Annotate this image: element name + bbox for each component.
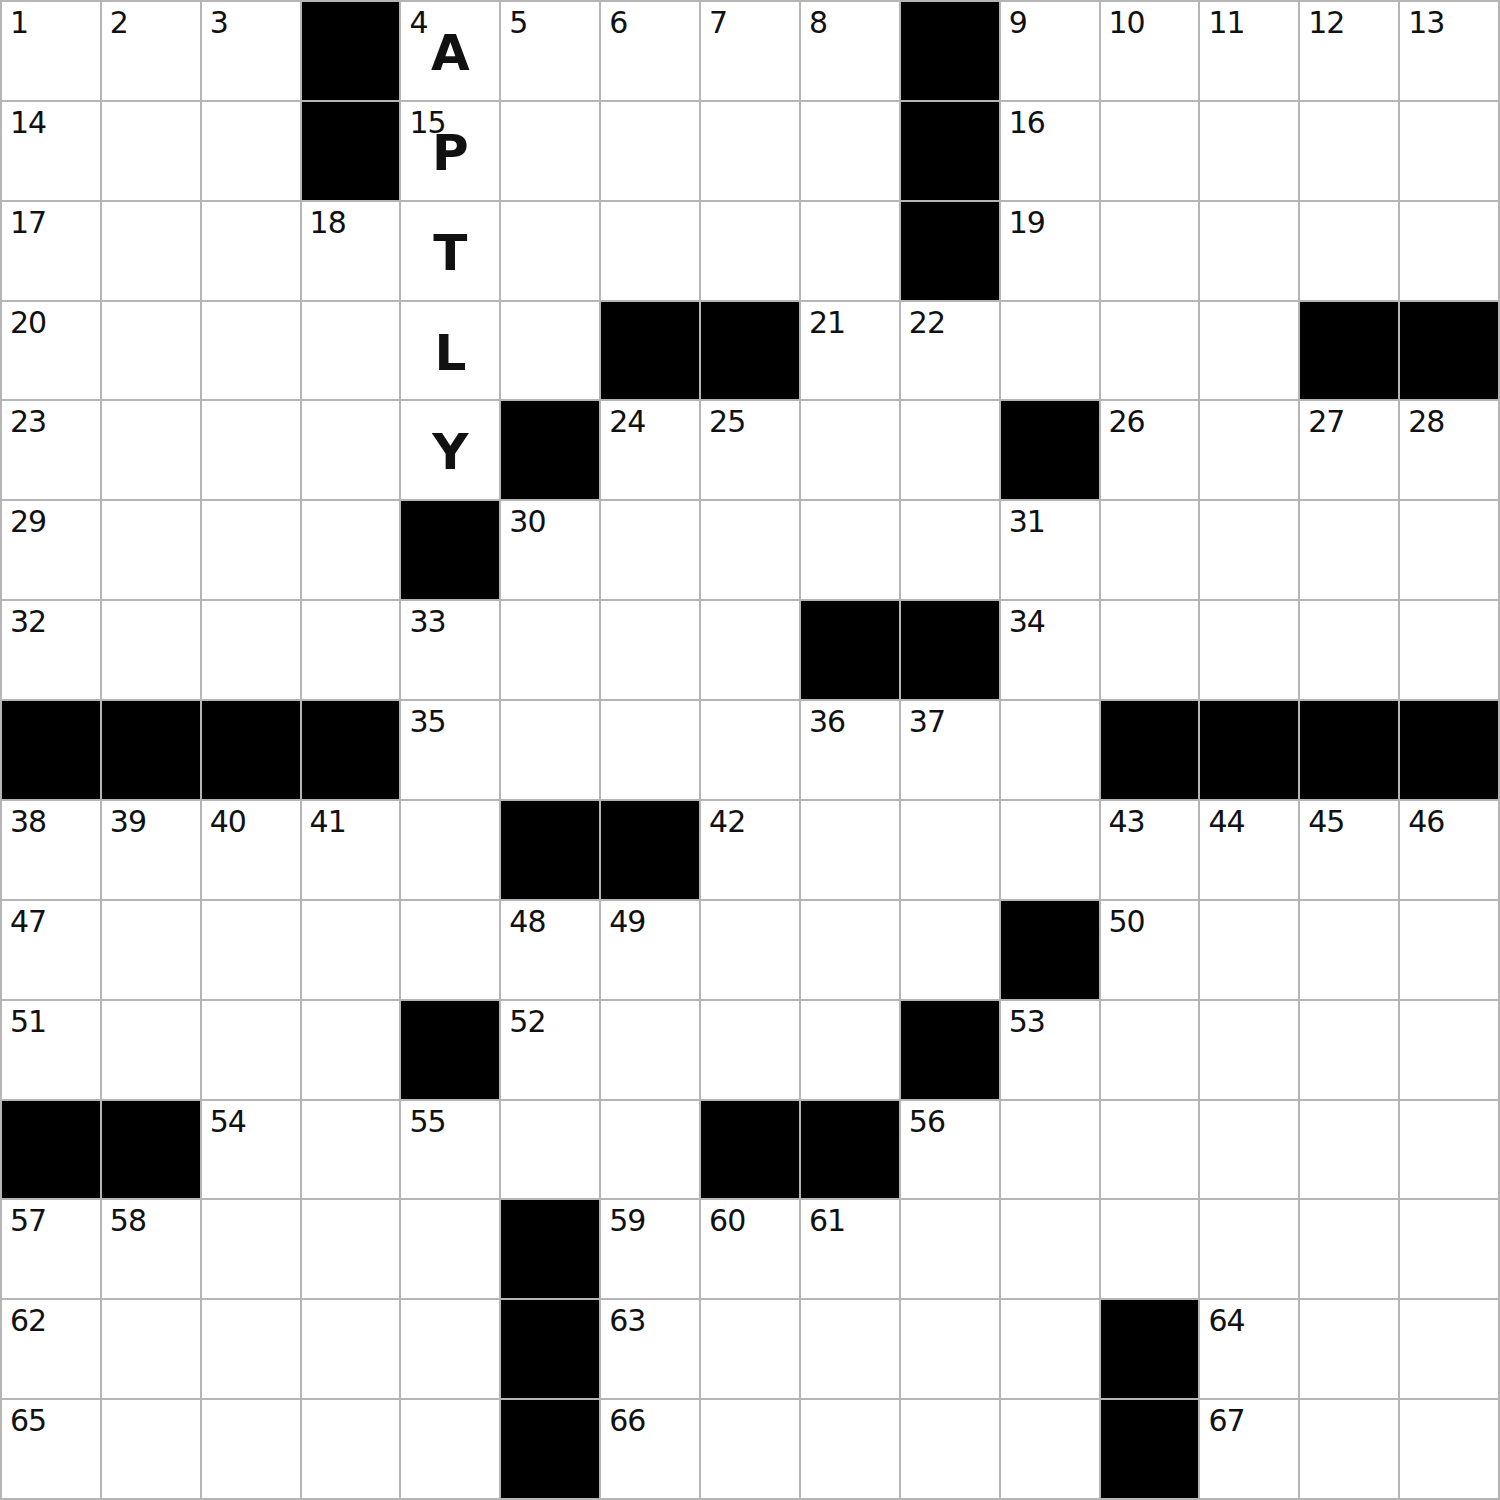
clue-number: 55 xyxy=(409,1107,445,1137)
cell-letter: L xyxy=(401,302,499,400)
crossword-grid: 1234A56789101112131415P161718T1920L21222… xyxy=(0,0,1500,1500)
clue-number: 31 xyxy=(1009,507,1045,537)
cell-r2c12[interactable] xyxy=(1101,102,1201,202)
cell-r11c7[interactable] xyxy=(601,1001,701,1101)
clue-number: 23 xyxy=(10,407,46,437)
cell-r6c2[interactable] xyxy=(102,501,202,601)
clue-number: 13 xyxy=(1408,8,1444,38)
clue-number: 51 xyxy=(10,1007,46,1037)
cell-r12c12[interactable] xyxy=(1101,1101,1201,1201)
clue-number: 6 xyxy=(609,8,627,38)
cell-r12c14[interactable] xyxy=(1300,1101,1400,1201)
clue-number: 54 xyxy=(210,1107,246,1137)
cell-r5c10[interactable] xyxy=(901,401,1001,501)
cell-r13c12[interactable] xyxy=(1101,1200,1201,1300)
cell-r13c2[interactable]: 58 xyxy=(102,1200,202,1300)
clue-number: 40 xyxy=(210,807,246,837)
black-cell-r4c14 xyxy=(1300,302,1400,402)
cell-r6c13[interactable] xyxy=(1200,501,1300,601)
cell-r7c2[interactable] xyxy=(102,601,202,701)
clue-number: 43 xyxy=(1109,807,1145,837)
cell-r13c1[interactable]: 57 xyxy=(2,1200,102,1300)
cell-r4c6[interactable] xyxy=(501,302,601,402)
clue-number: 56 xyxy=(909,1107,945,1137)
cell-r15c9[interactable] xyxy=(801,1400,901,1500)
black-cell-r7c10 xyxy=(901,601,1001,701)
clue-number: 61 xyxy=(809,1206,845,1236)
cell-r14c13[interactable]: 64 xyxy=(1200,1300,1300,1400)
cell-r15c5[interactable] xyxy=(401,1400,501,1500)
cell-r15c11[interactable] xyxy=(1001,1400,1101,1500)
black-cell-r8c15 xyxy=(1400,701,1500,801)
cell-r4c1[interactable]: 20 xyxy=(2,302,102,402)
cell-r6c1[interactable]: 29 xyxy=(2,501,102,601)
cell-r11c3[interactable] xyxy=(202,1001,302,1101)
clue-number: 64 xyxy=(1208,1306,1244,1336)
cell-r14c15[interactable] xyxy=(1400,1300,1500,1400)
clue-number: 58 xyxy=(110,1206,146,1236)
black-cell-r7c9 xyxy=(801,601,901,701)
clue-number: 36 xyxy=(809,707,845,737)
cell-r9c4[interactable]: 41 xyxy=(302,801,402,901)
clue-number: 14 xyxy=(10,108,46,138)
black-cell-r11c10 xyxy=(901,1001,1001,1101)
cell-r3c11[interactable]: 19 xyxy=(1001,202,1101,302)
cell-r5c5[interactable]: Y xyxy=(401,401,501,501)
cell-r13c15[interactable] xyxy=(1400,1200,1500,1300)
black-cell-r4c7 xyxy=(601,302,701,402)
cell-r10c5[interactable] xyxy=(401,901,501,1001)
cell-r7c11[interactable]: 34 xyxy=(1001,601,1101,701)
cell-r4c9[interactable]: 21 xyxy=(801,302,901,402)
cell-letter: A xyxy=(401,2,499,100)
cell-r1c2[interactable]: 2 xyxy=(102,2,202,102)
clue-number: 24 xyxy=(609,407,645,437)
cell-r10c3[interactable] xyxy=(202,901,302,1001)
clue-number: 5 xyxy=(509,8,527,38)
clue-number: 42 xyxy=(709,807,745,837)
cell-r2c11[interactable]: 16 xyxy=(1001,102,1101,202)
cell-letter: Y xyxy=(401,401,499,499)
cell-r11c13[interactable] xyxy=(1200,1001,1300,1101)
clue-number: 9 xyxy=(1009,8,1027,38)
clue-number: 33 xyxy=(409,607,445,637)
black-cell-r10c11 xyxy=(1001,901,1101,1001)
clue-number: 20 xyxy=(10,308,46,338)
cell-r6c3[interactable] xyxy=(202,501,302,601)
cell-r7c5[interactable]: 33 xyxy=(401,601,501,701)
black-cell-r8c2 xyxy=(102,701,202,801)
cell-r6c9[interactable] xyxy=(801,501,901,601)
cell-r4c3[interactable] xyxy=(202,302,302,402)
cell-r12c10[interactable]: 56 xyxy=(901,1101,1001,1201)
black-cell-r12c1 xyxy=(2,1101,102,1201)
cell-r3c2[interactable] xyxy=(102,202,202,302)
cell-r5c4[interactable] xyxy=(302,401,402,501)
cell-r15c1[interactable]: 65 xyxy=(2,1400,102,1500)
clue-number: 65 xyxy=(10,1406,46,1436)
clue-number: 26 xyxy=(1109,407,1145,437)
cell-r12c13[interactable] xyxy=(1200,1101,1300,1201)
cell-r4c12[interactable] xyxy=(1101,302,1201,402)
clue-number: 7 xyxy=(709,8,727,38)
cell-r11c6[interactable]: 52 xyxy=(501,1001,601,1101)
black-cell-r4c8 xyxy=(701,302,801,402)
clue-number: 67 xyxy=(1208,1406,1244,1436)
cell-letter: P xyxy=(401,102,499,200)
cell-r8c8[interactable] xyxy=(701,701,801,801)
cell-r11c12[interactable] xyxy=(1101,1001,1201,1101)
cell-r4c2[interactable] xyxy=(102,302,202,402)
cell-r14c2[interactable] xyxy=(102,1300,202,1400)
clue-number: 30 xyxy=(509,507,545,537)
cell-r3c8[interactable] xyxy=(701,202,801,302)
black-cell-r8c12 xyxy=(1101,701,1201,801)
black-cell-r2c10 xyxy=(901,102,1001,202)
cell-r7c15[interactable] xyxy=(1400,601,1500,701)
clue-number: 44 xyxy=(1208,807,1244,837)
cell-r6c4[interactable] xyxy=(302,501,402,601)
cell-r7c4[interactable] xyxy=(302,601,402,701)
cell-r11c1[interactable]: 51 xyxy=(2,1001,102,1101)
black-cell-r4c15 xyxy=(1400,302,1500,402)
cell-r15c8[interactable] xyxy=(701,1400,801,1500)
clue-number: 60 xyxy=(709,1206,745,1236)
clue-number: 62 xyxy=(10,1306,46,1336)
clue-number: 28 xyxy=(1408,407,1444,437)
cell-r5c3[interactable] xyxy=(202,401,302,501)
cell-r4c4[interactable] xyxy=(302,302,402,402)
cell-r1c11[interactable]: 9 xyxy=(1001,2,1101,102)
cell-r2c14[interactable] xyxy=(1300,102,1400,202)
clue-number: 25 xyxy=(709,407,745,437)
cell-r14c7[interactable]: 63 xyxy=(601,1300,701,1400)
clue-number: 52 xyxy=(509,1007,545,1037)
cell-r7c1[interactable]: 32 xyxy=(2,601,102,701)
cell-r1c7[interactable]: 6 xyxy=(601,2,701,102)
black-cell-r12c9 xyxy=(801,1101,901,1201)
clue-number: 49 xyxy=(609,907,645,937)
cell-r13c8[interactable]: 60 xyxy=(701,1200,801,1300)
cell-r7c7[interactable] xyxy=(601,601,701,701)
cell-r8c9[interactable]: 36 xyxy=(801,701,901,801)
cell-r11c11[interactable]: 53 xyxy=(1001,1001,1101,1101)
cell-r10c6[interactable]: 48 xyxy=(501,901,601,1001)
cell-r5c15[interactable]: 28 xyxy=(1400,401,1500,501)
clue-number: 10 xyxy=(1109,8,1145,38)
cell-r14c5[interactable] xyxy=(401,1300,501,1400)
cell-r2c13[interactable] xyxy=(1200,102,1300,202)
cell-r6c11[interactable]: 31 xyxy=(1001,501,1101,601)
clue-number: 2 xyxy=(110,8,128,38)
cell-r10c2[interactable] xyxy=(102,901,202,1001)
cell-r12c5[interactable]: 55 xyxy=(401,1101,501,1201)
cell-r9c11[interactable] xyxy=(1001,801,1101,901)
cell-r3c7[interactable] xyxy=(601,202,701,302)
cell-r3c1[interactable]: 17 xyxy=(2,202,102,302)
cell-r12c11[interactable] xyxy=(1001,1101,1101,1201)
cell-r9c9[interactable] xyxy=(801,801,901,901)
cell-r12c7[interactable] xyxy=(601,1101,701,1201)
cell-r2c9[interactable] xyxy=(801,102,901,202)
cell-r9c3[interactable]: 40 xyxy=(202,801,302,901)
black-cell-r15c6 xyxy=(501,1400,601,1500)
cell-r3c3[interactable] xyxy=(202,202,302,302)
clue-number: 16 xyxy=(1009,108,1045,138)
cell-r10c4[interactable] xyxy=(302,901,402,1001)
cell-r1c14[interactable]: 12 xyxy=(1300,2,1400,102)
black-cell-r8c14 xyxy=(1300,701,1400,801)
cell-r4c13[interactable] xyxy=(1200,302,1300,402)
cell-letter: T xyxy=(401,202,499,300)
cell-r1c8[interactable]: 7 xyxy=(701,2,801,102)
clue-number: 63 xyxy=(609,1306,645,1336)
clue-number: 37 xyxy=(909,707,945,737)
cell-r10c9[interactable] xyxy=(801,901,901,1001)
cell-r9c15[interactable]: 46 xyxy=(1400,801,1500,901)
black-cell-r11c5 xyxy=(401,1001,501,1101)
cell-r4c11[interactable] xyxy=(1001,302,1101,402)
cell-r14c14[interactable] xyxy=(1300,1300,1400,1400)
cell-r1c15[interactable]: 13 xyxy=(1400,2,1500,102)
cell-r15c15[interactable] xyxy=(1400,1400,1500,1500)
cell-r13c14[interactable] xyxy=(1300,1200,1400,1300)
cell-r13c3[interactable] xyxy=(202,1200,302,1300)
clue-number: 59 xyxy=(609,1206,645,1236)
cell-r11c15[interactable] xyxy=(1400,1001,1500,1101)
cell-r15c10[interactable] xyxy=(901,1400,1001,1500)
black-cell-r8c13 xyxy=(1200,701,1300,801)
clue-number: 50 xyxy=(1109,907,1145,937)
cell-r7c6[interactable] xyxy=(501,601,601,701)
cell-r11c2[interactable] xyxy=(102,1001,202,1101)
cell-r5c13[interactable] xyxy=(1200,401,1300,501)
cell-r13c4[interactable] xyxy=(302,1200,402,1300)
cell-r3c12[interactable] xyxy=(1101,202,1201,302)
cell-r6c6[interactable]: 30 xyxy=(501,501,601,601)
cell-r12c3[interactable]: 54 xyxy=(202,1101,302,1201)
clue-number: 32 xyxy=(10,607,46,637)
cell-r1c6[interactable]: 5 xyxy=(501,2,601,102)
black-cell-r8c4 xyxy=(302,701,402,801)
cell-r13c5[interactable] xyxy=(401,1200,501,1300)
black-cell-r2c4 xyxy=(302,102,402,202)
cell-r8c6[interactable] xyxy=(501,701,601,801)
clue-number: 11 xyxy=(1208,8,1244,38)
cell-r11c14[interactable] xyxy=(1300,1001,1400,1101)
cell-r10c10[interactable] xyxy=(901,901,1001,1001)
cell-r5c2[interactable] xyxy=(102,401,202,501)
cell-r3c15[interactable] xyxy=(1400,202,1500,302)
cell-r15c13[interactable]: 67 xyxy=(1200,1400,1300,1500)
cell-r5c1[interactable]: 23 xyxy=(2,401,102,501)
cell-r10c1[interactable]: 47 xyxy=(2,901,102,1001)
cell-r10c15[interactable] xyxy=(1400,901,1500,1001)
cell-r2c6[interactable] xyxy=(501,102,601,202)
clue-number: 47 xyxy=(10,907,46,937)
cell-r1c5[interactable]: 4A xyxy=(401,2,501,102)
cell-r8c10[interactable]: 37 xyxy=(901,701,1001,801)
cell-r6c14[interactable] xyxy=(1300,501,1400,601)
cell-r11c4[interactable] xyxy=(302,1001,402,1101)
cell-r8c7[interactable] xyxy=(601,701,701,801)
cell-r6c12[interactable] xyxy=(1101,501,1201,601)
cell-r9c13[interactable]: 44 xyxy=(1200,801,1300,901)
cell-r1c3[interactable]: 3 xyxy=(202,2,302,102)
cell-r6c15[interactable] xyxy=(1400,501,1500,601)
cell-r12c15[interactable] xyxy=(1400,1101,1500,1201)
clue-number: 45 xyxy=(1308,807,1344,837)
clue-number: 21 xyxy=(809,308,845,338)
black-cell-r1c4 xyxy=(302,2,402,102)
clue-number: 66 xyxy=(609,1406,645,1436)
cell-r8c11[interactable] xyxy=(1001,701,1101,801)
cell-r14c3[interactable] xyxy=(202,1300,302,1400)
cell-r5c14[interactable]: 27 xyxy=(1300,401,1400,501)
black-cell-r3c10 xyxy=(901,202,1001,302)
black-cell-r9c6 xyxy=(501,801,601,901)
cell-r5c9[interactable] xyxy=(801,401,901,501)
black-cell-r6c5 xyxy=(401,501,501,601)
cell-r5c7[interactable]: 24 xyxy=(601,401,701,501)
cell-r10c13[interactable] xyxy=(1200,901,1300,1001)
black-cell-r5c6 xyxy=(501,401,601,501)
black-cell-r5c11 xyxy=(1001,401,1101,501)
clue-number: 8 xyxy=(809,8,827,38)
cell-r9c5[interactable] xyxy=(401,801,501,901)
clue-number: 18 xyxy=(310,208,346,238)
cell-r14c11[interactable] xyxy=(1001,1300,1101,1400)
cell-r10c14[interactable] xyxy=(1300,901,1400,1001)
black-cell-r9c7 xyxy=(601,801,701,901)
cell-r3c6[interactable] xyxy=(501,202,601,302)
cell-r6c8[interactable] xyxy=(701,501,801,601)
cell-r5c12[interactable]: 26 xyxy=(1101,401,1201,501)
cell-r10c12[interactable]: 50 xyxy=(1101,901,1201,1001)
clue-number: 29 xyxy=(10,507,46,537)
black-cell-r13c6 xyxy=(501,1200,601,1300)
cell-r10c7[interactable]: 49 xyxy=(601,901,701,1001)
clue-number: 38 xyxy=(10,807,46,837)
cell-r13c7[interactable]: 59 xyxy=(601,1200,701,1300)
cell-r11c8[interactable] xyxy=(701,1001,801,1101)
cell-r4c5[interactable]: L xyxy=(401,302,501,402)
clue-number: 19 xyxy=(1009,208,1045,238)
cell-r3c5[interactable]: T xyxy=(401,202,501,302)
cell-r7c12[interactable] xyxy=(1101,601,1201,701)
clue-number: 12 xyxy=(1308,8,1344,38)
cell-r1c12[interactable]: 10 xyxy=(1101,2,1201,102)
black-cell-r14c12 xyxy=(1101,1300,1201,1400)
black-cell-r12c8 xyxy=(701,1101,801,1201)
cell-r15c2[interactable] xyxy=(102,1400,202,1500)
cell-r9c12[interactable]: 43 xyxy=(1101,801,1201,901)
cell-r9c8[interactable]: 42 xyxy=(701,801,801,901)
cell-r3c13[interactable] xyxy=(1200,202,1300,302)
black-cell-r8c1 xyxy=(2,701,102,801)
clue-number: 41 xyxy=(310,807,346,837)
cell-r14c10[interactable] xyxy=(901,1300,1001,1400)
cell-r9c10[interactable] xyxy=(901,801,1001,901)
cell-r3c4[interactable]: 18 xyxy=(302,202,402,302)
clue-number: 57 xyxy=(10,1206,46,1236)
clue-number: 34 xyxy=(1009,607,1045,637)
clue-number: 22 xyxy=(909,308,945,338)
cell-r2c7[interactable] xyxy=(601,102,701,202)
cell-r7c8[interactable] xyxy=(701,601,801,701)
cell-r10c8[interactable] xyxy=(701,901,801,1001)
clue-number: 17 xyxy=(10,208,46,238)
cell-r1c9[interactable]: 8 xyxy=(801,2,901,102)
cell-r15c4[interactable] xyxy=(302,1400,402,1500)
cell-r12c6[interactable] xyxy=(501,1101,601,1201)
cell-r11c9[interactable] xyxy=(801,1001,901,1101)
clue-number: 48 xyxy=(509,907,545,937)
clue-number: 35 xyxy=(409,707,445,737)
cell-r8c5[interactable]: 35 xyxy=(401,701,501,801)
black-cell-r1c10 xyxy=(901,2,1001,102)
black-cell-r8c3 xyxy=(202,701,302,801)
cell-r3c9[interactable] xyxy=(801,202,901,302)
cell-r5c8[interactable]: 25 xyxy=(701,401,801,501)
cell-r9c1[interactable]: 38 xyxy=(2,801,102,901)
cell-r1c13[interactable]: 11 xyxy=(1200,2,1300,102)
cell-r7c13[interactable] xyxy=(1200,601,1300,701)
cell-r2c2[interactable] xyxy=(102,102,202,202)
cell-r13c13[interactable] xyxy=(1200,1200,1300,1300)
cell-r7c3[interactable] xyxy=(202,601,302,701)
cell-r2c1[interactable]: 14 xyxy=(2,102,102,202)
cell-r2c3[interactable] xyxy=(202,102,302,202)
cell-r14c4[interactable] xyxy=(302,1300,402,1400)
clue-number: 39 xyxy=(110,807,146,837)
cell-r3c14[interactable] xyxy=(1300,202,1400,302)
cell-r15c14[interactable] xyxy=(1300,1400,1400,1500)
black-cell-r14c6 xyxy=(501,1300,601,1400)
black-cell-r15c12 xyxy=(1101,1400,1201,1500)
clue-number: 27 xyxy=(1308,407,1344,437)
cell-r13c9[interactable]: 61 xyxy=(801,1200,901,1300)
cell-r9c2[interactable]: 39 xyxy=(102,801,202,901)
cell-r15c3[interactable] xyxy=(202,1400,302,1500)
cell-r2c5[interactable]: 15P xyxy=(401,102,501,202)
cell-r4c10[interactable]: 22 xyxy=(901,302,1001,402)
cell-r13c11[interactable] xyxy=(1001,1200,1101,1300)
cell-r1c1[interactable]: 1 xyxy=(2,2,102,102)
cell-r12c4[interactable] xyxy=(302,1101,402,1201)
cell-r2c8[interactable] xyxy=(701,102,801,202)
cell-r6c7[interactable] xyxy=(601,501,701,601)
cell-r13c10[interactable] xyxy=(901,1200,1001,1300)
cell-r9c14[interactable]: 45 xyxy=(1300,801,1400,901)
cell-r14c9[interactable] xyxy=(801,1300,901,1400)
black-cell-r12c2 xyxy=(102,1101,202,1201)
cell-r2c15[interactable] xyxy=(1400,102,1500,202)
clue-number: 3 xyxy=(210,8,228,38)
cell-r14c1[interactable]: 62 xyxy=(2,1300,102,1400)
clue-number: 46 xyxy=(1408,807,1444,837)
cell-r15c7[interactable]: 66 xyxy=(601,1400,701,1500)
clue-number: 1 xyxy=(10,8,28,38)
clue-number: 53 xyxy=(1009,1007,1045,1037)
cell-r7c14[interactable] xyxy=(1300,601,1400,701)
cell-r6c10[interactable] xyxy=(901,501,1001,601)
cell-r14c8[interactable] xyxy=(701,1300,801,1400)
